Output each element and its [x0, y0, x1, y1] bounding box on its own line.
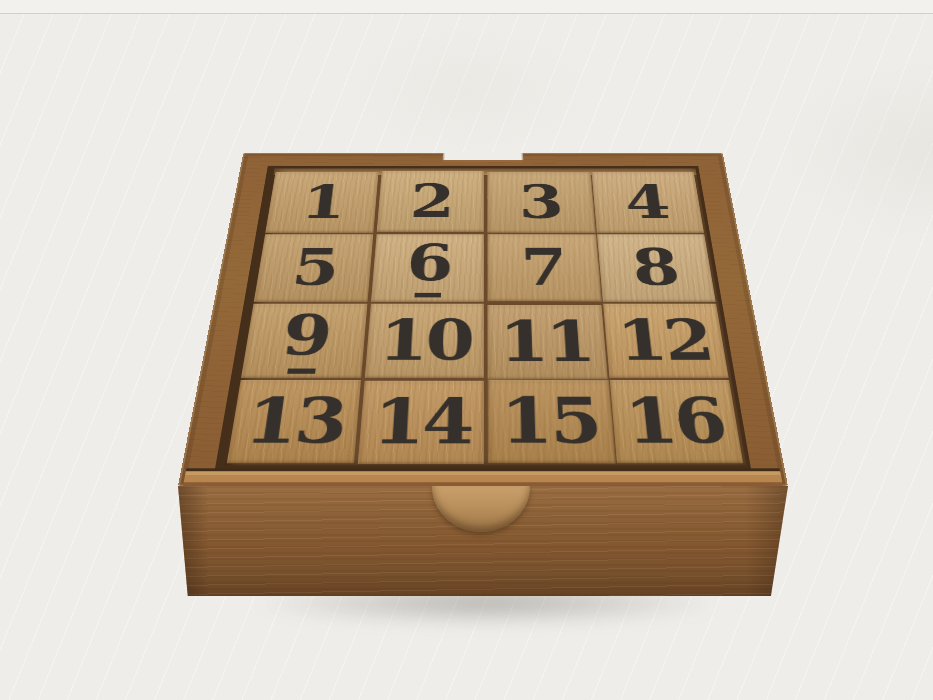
finger-notch [432, 486, 530, 532]
tile-number: 11 [499, 313, 595, 369]
tile[interactable]: 4 [591, 172, 704, 233]
tile[interactable]: 1 [265, 172, 378, 233]
tile[interactable]: 12 [603, 303, 729, 378]
tile-number: 10 [377, 312, 472, 368]
tile-number: 3 [519, 179, 563, 225]
tile-number: 2 [409, 178, 453, 224]
tile[interactable]: 6 [371, 234, 484, 301]
tile-number: 16 [622, 390, 728, 453]
tile-number: 9 [278, 307, 333, 373]
tile-number: 12 [615, 312, 715, 368]
tile-number: 7 [520, 242, 566, 293]
backdrop-seam [0, 0, 933, 14]
lid-slot-notch [443, 153, 524, 162]
tile-number: 13 [241, 390, 347, 453]
tile-number: 6 [405, 238, 452, 298]
tile[interactable]: 5 [254, 234, 373, 301]
tile[interactable]: 14 [357, 381, 484, 464]
box-front-panel [178, 486, 788, 596]
box-top-face: 1 2 3 4 5 6 7 8 9 10 11 12 13 14 15 16 [178, 153, 788, 486]
tile[interactable]: 3 [487, 172, 595, 233]
tile[interactable]: 10 [364, 303, 484, 378]
puzzle-box: 1 2 3 4 5 6 7 8 9 10 11 12 13 14 15 16 [178, 150, 788, 620]
tile-number: 4 [623, 179, 671, 225]
tile[interactable]: 11 [487, 305, 607, 380]
tile[interactable]: 7 [488, 234, 601, 301]
tile[interactable]: 15 [488, 380, 615, 464]
tile-number: 1 [299, 179, 347, 225]
tile-number: 8 [630, 242, 681, 293]
tile-number: 5 [289, 242, 339, 293]
tile[interactable]: 9 [241, 303, 367, 378]
tile-tray: 1 2 3 4 5 6 7 8 9 10 11 12 13 14 15 16 [215, 166, 751, 468]
photo-backdrop: 1 2 3 4 5 6 7 8 9 10 11 12 13 14 15 16 [0, 0, 933, 700]
tile-number: 14 [371, 390, 472, 453]
tile[interactable]: 8 [597, 234, 716, 301]
tile[interactable]: 16 [609, 380, 743, 463]
tile-number: 15 [500, 390, 601, 453]
front-lip [183, 468, 783, 486]
tile[interactable]: 13 [227, 380, 361, 463]
tile[interactable]: 2 [376, 171, 483, 232]
